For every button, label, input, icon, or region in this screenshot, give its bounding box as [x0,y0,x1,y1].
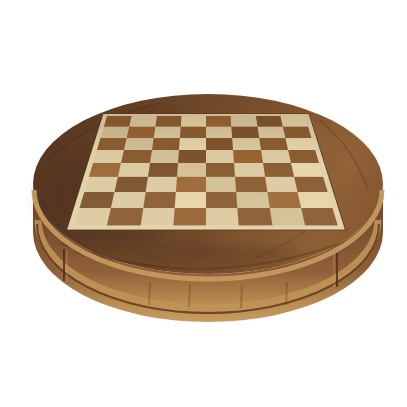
square-c5 [150,150,179,163]
square-g3 [265,177,298,192]
square-a8 [104,116,132,127]
square-b5 [121,150,151,163]
square-h8 [280,116,308,127]
square-f6 [232,138,260,150]
square-b7 [127,127,155,138]
square-a2 [80,192,115,208]
square-f7 [232,127,259,138]
square-c4 [147,163,177,177]
square-g5 [261,150,291,163]
square-g4 [263,163,294,177]
square-h7 [283,127,312,138]
square-h3 [294,177,328,192]
square-e7 [206,127,232,138]
chessboard [74,116,337,225]
square-g7 [257,127,285,138]
square-c3 [145,177,177,192]
square-b6 [124,138,153,150]
square-c1 [140,208,174,225]
square-a1 [74,208,111,225]
square-g8 [255,116,282,127]
square-d5 [178,150,206,163]
square-d4 [177,163,206,177]
square-d7 [180,127,206,138]
square-c8 [155,116,181,127]
square-e8 [206,116,232,127]
square-d8 [180,116,206,127]
square-f1 [238,208,272,225]
square-h1 [301,208,338,225]
square-b3 [115,177,148,192]
square-a7 [100,127,129,138]
product-photo [0,0,407,407]
square-g2 [267,192,301,208]
square-b8 [129,116,156,127]
square-d6 [179,138,206,150]
square-d1 [173,208,206,225]
square-f3 [235,177,267,192]
square-a6 [97,138,127,150]
square-a5 [93,150,124,163]
square-b1 [107,208,143,225]
square-f5 [233,150,262,163]
square-h4 [291,163,323,177]
square-a4 [89,163,121,177]
square-e5 [206,150,234,163]
square-c6 [151,138,179,150]
square-c7 [153,127,180,138]
square-e1 [206,208,239,225]
square-d2 [174,192,206,208]
square-e3 [206,177,236,192]
square-f4 [234,163,264,177]
square-d3 [176,177,206,192]
square-e6 [206,138,233,150]
square-g6 [259,138,288,150]
square-f8 [231,116,257,127]
square-b2 [111,192,145,208]
square-h6 [285,138,315,150]
square-e2 [206,192,238,208]
square-f2 [236,192,269,208]
square-g1 [269,208,305,225]
chessboard-perspective [67,114,345,230]
board-frame [67,114,345,230]
square-a3 [84,177,118,192]
square-c2 [143,192,176,208]
square-h5 [288,150,319,163]
square-h2 [297,192,332,208]
square-e4 [206,163,235,177]
square-b4 [118,163,149,177]
